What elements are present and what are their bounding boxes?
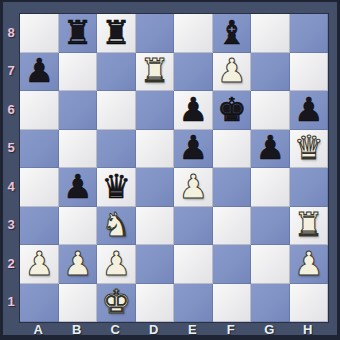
piece-white-pawn-b2[interactable]: ♟	[63, 247, 93, 280]
file-label-d: D	[135, 322, 174, 337]
square-e4[interactable]: ♟	[174, 168, 213, 207]
square-a2[interactable]: ♟	[20, 245, 59, 284]
square-e8[interactable]	[174, 14, 213, 53]
square-e1[interactable]	[174, 284, 213, 323]
piece-black-rook-c8[interactable]: ♜	[101, 16, 131, 49]
square-c4[interactable]: ♛	[97, 168, 136, 207]
square-d3[interactable]	[136, 207, 175, 246]
square-d2[interactable]	[136, 245, 175, 284]
square-b4[interactable]: ♟	[59, 168, 98, 207]
square-g4[interactable]	[251, 168, 290, 207]
square-d6[interactable]	[136, 91, 175, 130]
piece-black-rook-b8[interactable]: ♜	[63, 16, 93, 49]
piece-white-pawn-c2[interactable]: ♟	[101, 247, 131, 280]
rank-label-7: 7	[3, 52, 19, 91]
square-d5[interactable]	[136, 130, 175, 169]
chess-board: ♜♜♝♟♜♟♟♚♟♟♟♛♟♛♟♞♜♟♟♟♟♚	[19, 13, 329, 323]
square-a7[interactable]: ♟	[20, 53, 59, 92]
file-label-a: A	[19, 322, 58, 337]
square-b5[interactable]	[59, 130, 98, 169]
square-d1[interactable]	[136, 284, 175, 323]
square-d8[interactable]	[136, 14, 175, 53]
square-b8[interactable]: ♜	[59, 14, 98, 53]
square-e2[interactable]	[174, 245, 213, 284]
square-b2[interactable]: ♟	[59, 245, 98, 284]
piece-white-pawn-a2[interactable]: ♟	[24, 247, 54, 280]
square-f3[interactable]	[213, 207, 252, 246]
square-g1[interactable]	[251, 284, 290, 323]
square-h4[interactable]	[290, 168, 329, 207]
square-a8[interactable]	[20, 14, 59, 53]
square-d4[interactable]	[136, 168, 175, 207]
square-g5[interactable]: ♟	[251, 130, 290, 169]
square-a4[interactable]	[20, 168, 59, 207]
rank-label-5: 5	[3, 129, 19, 168]
square-f4[interactable]	[213, 168, 252, 207]
square-a1[interactable]	[20, 284, 59, 323]
rank-label-8: 8	[3, 13, 19, 52]
file-label-f: F	[212, 322, 251, 337]
square-h7[interactable]	[290, 53, 329, 92]
square-c5[interactable]	[97, 130, 136, 169]
square-h2[interactable]: ♟	[290, 245, 329, 284]
rank-label-3: 3	[3, 206, 19, 245]
square-g2[interactable]	[251, 245, 290, 284]
piece-white-king-c1[interactable]: ♚	[101, 285, 131, 318]
piece-white-rook-d7[interactable]: ♜	[140, 54, 170, 87]
square-c7[interactable]	[97, 53, 136, 92]
piece-white-pawn-f7[interactable]: ♟	[217, 54, 247, 87]
file-label-b: B	[58, 322, 97, 337]
square-h3[interactable]: ♜	[290, 207, 329, 246]
piece-black-queen-c4[interactable]: ♛	[101, 170, 131, 203]
file-label-g: G	[250, 322, 289, 337]
piece-black-pawn-b4[interactable]: ♟	[63, 170, 93, 203]
square-h1[interactable]	[290, 284, 329, 323]
square-b1[interactable]	[59, 284, 98, 323]
piece-black-bishop-f8[interactable]: ♝	[217, 16, 247, 49]
square-f2[interactable]	[213, 245, 252, 284]
square-a6[interactable]	[20, 91, 59, 130]
file-label-c: C	[96, 322, 135, 337]
piece-black-pawn-e5[interactable]: ♟	[178, 131, 208, 164]
square-c1[interactable]: ♚	[97, 284, 136, 323]
rank-label-4: 4	[3, 167, 19, 206]
square-h5[interactable]: ♛	[290, 130, 329, 169]
piece-black-pawn-e6[interactable]: ♟	[178, 93, 208, 126]
rank-label-2: 2	[3, 244, 19, 283]
square-g6[interactable]	[251, 91, 290, 130]
file-label-e: E	[173, 322, 212, 337]
square-h6[interactable]: ♟	[290, 91, 329, 130]
rank-label-1: 1	[3, 283, 19, 322]
square-c6[interactable]	[97, 91, 136, 130]
square-g3[interactable]	[251, 207, 290, 246]
square-g8[interactable]	[251, 14, 290, 53]
square-b6[interactable]	[59, 91, 98, 130]
square-d7[interactable]: ♜	[136, 53, 175, 92]
square-h8[interactable]	[290, 14, 329, 53]
square-g7[interactable]	[251, 53, 290, 92]
square-b7[interactable]	[59, 53, 98, 92]
piece-white-pawn-h2[interactable]: ♟	[294, 247, 324, 280]
piece-black-pawn-a7[interactable]: ♟	[24, 54, 54, 87]
rank-label-6: 6	[3, 90, 19, 129]
square-c2[interactable]: ♟	[97, 245, 136, 284]
rank-labels: 87654321	[3, 13, 19, 321]
piece-white-rook-h3[interactable]: ♜	[294, 208, 324, 241]
piece-white-knight-c3[interactable]: ♞	[101, 208, 131, 241]
piece-black-king-f6[interactable]: ♚	[217, 93, 247, 126]
square-e5[interactable]: ♟	[174, 130, 213, 169]
file-label-h: H	[289, 322, 328, 337]
square-c8[interactable]: ♜	[97, 14, 136, 53]
square-f5[interactable]	[213, 130, 252, 169]
piece-black-pawn-g5[interactable]: ♟	[255, 131, 285, 164]
piece-black-pawn-h6[interactable]: ♟	[294, 93, 324, 126]
square-e6[interactable]: ♟	[174, 91, 213, 130]
square-f1[interactable]	[213, 284, 252, 323]
square-c3[interactable]: ♞	[97, 207, 136, 246]
square-f7[interactable]: ♟	[213, 53, 252, 92]
square-b3[interactable]	[59, 207, 98, 246]
square-e3[interactable]	[174, 207, 213, 246]
piece-white-queen-h5[interactable]: ♛	[294, 131, 324, 164]
piece-white-pawn-e4[interactable]: ♟	[178, 170, 208, 203]
square-f8[interactable]: ♝	[213, 14, 252, 53]
square-a5[interactable]	[20, 130, 59, 169]
chess-board-frame: 87654321 ♜♜♝♟♜♟♟♚♟♟♟♛♟♛♟♞♜♟♟♟♟♚ ABCDEFGH	[0, 0, 340, 340]
square-a3[interactable]	[20, 207, 59, 246]
file-labels: ABCDEFGH	[19, 322, 327, 337]
square-f6[interactable]: ♚	[213, 91, 252, 130]
square-e7[interactable]	[174, 53, 213, 92]
